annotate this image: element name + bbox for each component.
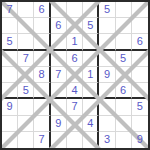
cell-r9c2[interactable]	[18, 132, 34, 148]
cell-r8c3[interactable]	[34, 116, 50, 132]
cell-r3c9[interactable]: 6	[132, 34, 148, 50]
given-digit: 6	[38, 4, 44, 15]
cell-r1c9[interactable]	[132, 2, 148, 18]
cell-r4c2[interactable]: 7	[18, 51, 34, 67]
cell-r4c7[interactable]	[99, 51, 115, 67]
cell-r7c9[interactable]: 5	[132, 99, 148, 115]
cell-r8c1[interactable]	[2, 116, 18, 132]
cell-r8c7[interactable]	[99, 116, 115, 132]
given-digit: 5	[23, 85, 29, 96]
cell-r9c4[interactable]	[51, 132, 67, 148]
cell-r2c3[interactable]	[34, 18, 50, 34]
sudoku-board: 76565516765871954697594739	[0, 0, 150, 150]
cell-r6c9[interactable]	[132, 83, 148, 99]
given-digit: 3	[104, 134, 110, 145]
cell-r4c5[interactable]: 6	[67, 51, 83, 67]
cell-r4c1[interactable]	[2, 51, 18, 67]
cell-r2c5[interactable]	[67, 18, 83, 34]
cell-r2c7[interactable]	[99, 18, 115, 34]
cell-r8c9[interactable]	[132, 116, 148, 132]
cell-r8c2[interactable]	[18, 116, 34, 132]
cell-r3c3[interactable]	[34, 34, 50, 50]
cell-r8c6[interactable]: 4	[83, 116, 99, 132]
cell-r9c5[interactable]	[67, 132, 83, 148]
given-digit: 9	[104, 69, 110, 80]
given-digit: 5	[87, 20, 93, 31]
given-digit: 1	[87, 69, 93, 80]
cell-r5c3[interactable]: 8	[34, 67, 50, 83]
cell-r1c5[interactable]	[67, 2, 83, 18]
cell-r7c8[interactable]	[116, 99, 132, 115]
cell-r3c2[interactable]	[18, 34, 34, 50]
given-digit: 7	[38, 134, 44, 145]
cell-r3c5[interactable]: 1	[67, 34, 83, 50]
given-digit: 4	[87, 118, 93, 129]
cell-r5c6[interactable]: 1	[83, 67, 99, 83]
given-digit: 1	[71, 36, 77, 47]
cell-r4c3[interactable]	[34, 51, 50, 67]
cell-r1c8[interactable]	[116, 2, 132, 18]
given-digit: 7	[7, 4, 13, 15]
cell-r5c9[interactable]	[132, 67, 148, 83]
cell-r3c1[interactable]: 5	[2, 34, 18, 50]
cell-r8c4[interactable]: 9	[51, 116, 67, 132]
given-digit: 9	[55, 118, 61, 129]
cell-r2c8[interactable]	[116, 18, 132, 34]
sudoku-grid: 76565516765871954697594739	[2, 2, 148, 148]
given-digit: 7	[23, 53, 29, 64]
cell-r6c8[interactable]: 6	[116, 83, 132, 99]
cell-r8c8[interactable]	[116, 116, 132, 132]
cell-r5c8[interactable]	[116, 67, 132, 83]
cell-r4c6[interactable]	[83, 51, 99, 67]
cell-r9c1[interactable]	[2, 132, 18, 148]
cell-r5c2[interactable]	[18, 67, 34, 83]
given-digit: 6	[137, 36, 143, 47]
cell-r9c6[interactable]	[83, 132, 99, 148]
cell-r2c9[interactable]	[132, 18, 148, 34]
cell-r2c6[interactable]: 5	[83, 18, 99, 34]
cell-r8c5[interactable]	[67, 116, 83, 132]
cell-r5c7[interactable]: 9	[99, 67, 115, 83]
given-digit: 8	[38, 69, 44, 80]
cell-r9c3[interactable]: 7	[34, 132, 50, 148]
cell-r7c6[interactable]	[83, 99, 99, 115]
cell-r1c2[interactable]	[18, 2, 34, 18]
given-digit: 4	[71, 85, 77, 96]
given-digit: 5	[120, 53, 126, 64]
cell-r6c7[interactable]	[99, 83, 115, 99]
cell-r7c2[interactable]	[18, 99, 34, 115]
cell-r6c3[interactable]	[34, 83, 50, 99]
cell-r2c2[interactable]	[18, 18, 34, 34]
given-digit: 9	[7, 101, 13, 112]
cell-r5c1[interactable]	[2, 67, 18, 83]
given-digit: 7	[55, 69, 61, 80]
cell-r4c9[interactable]	[132, 51, 148, 67]
given-digit: 5	[137, 101, 143, 112]
cell-r1c6[interactable]	[83, 2, 99, 18]
cell-r6c5[interactable]: 4	[67, 83, 83, 99]
cell-r7c4[interactable]	[51, 99, 67, 115]
given-digit: 6	[55, 20, 61, 31]
cell-r4c8[interactable]: 5	[116, 51, 132, 67]
cell-r7c7[interactable]	[99, 99, 115, 115]
cell-r4c4[interactable]	[51, 51, 67, 67]
cell-r2c1[interactable]	[2, 18, 18, 34]
cell-r5c5[interactable]	[67, 67, 83, 83]
given-digit: 6	[120, 85, 126, 96]
cell-r6c1[interactable]	[2, 83, 18, 99]
cell-r3c7[interactable]	[99, 34, 115, 50]
cell-r1c7[interactable]: 5	[99, 2, 115, 18]
cell-r6c6[interactable]	[83, 83, 99, 99]
cell-r7c3[interactable]	[34, 99, 50, 115]
cell-r5c4[interactable]: 7	[51, 67, 67, 83]
cell-r9c9[interactable]: 9	[132, 132, 148, 148]
given-digit: 6	[71, 53, 77, 64]
cell-r2c4[interactable]: 6	[51, 18, 67, 34]
cell-r7c5[interactable]: 7	[67, 99, 83, 115]
given-digit: 9	[137, 134, 143, 145]
cell-r6c2[interactable]: 5	[18, 83, 34, 99]
cell-r1c4[interactable]	[51, 2, 67, 18]
given-digit: 5	[104, 4, 110, 15]
cell-r3c6[interactable]	[83, 34, 99, 50]
cell-r3c4[interactable]	[51, 34, 67, 50]
cell-r9c8[interactable]	[116, 132, 132, 148]
cell-r9c7[interactable]: 3	[99, 132, 115, 148]
given-digit: 5	[7, 36, 13, 47]
cell-r1c1[interactable]: 7	[2, 2, 18, 18]
cell-r3c8[interactable]	[116, 34, 132, 50]
cell-r7c1[interactable]: 9	[2, 99, 18, 115]
cell-r1c3[interactable]: 6	[34, 2, 50, 18]
cell-r6c4[interactable]	[51, 83, 67, 99]
given-digit: 7	[71, 101, 77, 112]
